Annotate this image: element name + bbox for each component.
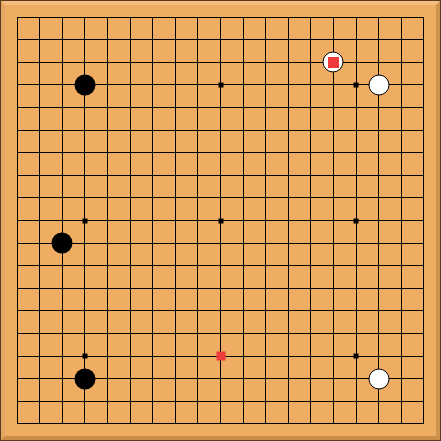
intersection-10-16[interactable] — [209, 345, 232, 368]
intersection-2-5[interactable] — [28, 96, 51, 119]
intersection-3-8[interactable] — [51, 164, 74, 187]
intersection-15-14[interactable] — [322, 300, 345, 323]
intersection-12-9[interactable] — [254, 187, 277, 210]
intersection-18-8[interactable] — [390, 164, 413, 187]
intersection-4-1[interactable] — [74, 6, 97, 29]
intersection-6-6[interactable] — [119, 119, 142, 142]
intersection-3-19[interactable] — [51, 413, 74, 436]
intersection-4-17[interactable] — [74, 367, 97, 390]
intersection-9-16[interactable] — [187, 345, 210, 368]
intersection-7-3[interactable] — [141, 51, 164, 74]
intersection-3-16[interactable] — [51, 345, 74, 368]
intersection-16-9[interactable] — [345, 187, 368, 210]
intersection-7-6[interactable] — [141, 119, 164, 142]
intersection-18-18[interactable] — [390, 390, 413, 413]
intersection-11-4[interactable] — [232, 74, 255, 97]
intersection-5-8[interactable] — [96, 164, 119, 187]
intersection-10-13[interactable] — [209, 277, 232, 300]
intersection-19-5[interactable] — [413, 96, 436, 119]
intersection-6-19[interactable] — [119, 413, 142, 436]
intersection-5-14[interactable] — [96, 300, 119, 323]
intersection-17-3[interactable] — [367, 51, 390, 74]
intersection-11-11[interactable] — [232, 232, 255, 255]
intersection-13-7[interactable] — [277, 141, 300, 164]
intersection-4-5[interactable] — [74, 96, 97, 119]
intersection-18-12[interactable] — [390, 254, 413, 277]
intersection-5-17[interactable] — [96, 367, 119, 390]
intersection-13-15[interactable] — [277, 322, 300, 345]
intersection-9-15[interactable] — [187, 322, 210, 345]
intersection-4-6[interactable] — [74, 119, 97, 142]
intersection-13-13[interactable] — [277, 277, 300, 300]
intersection-13-4[interactable] — [277, 74, 300, 97]
intersection-9-9[interactable] — [187, 187, 210, 210]
intersection-16-13[interactable] — [345, 277, 368, 300]
intersection-15-4[interactable] — [322, 74, 345, 97]
intersection-19-16[interactable] — [413, 345, 436, 368]
intersection-14-18[interactable] — [300, 390, 323, 413]
intersection-3-4[interactable] — [51, 74, 74, 97]
intersection-1-6[interactable] — [6, 119, 29, 142]
intersection-7-19[interactable] — [141, 413, 164, 436]
intersection-14-2[interactable] — [300, 28, 323, 51]
intersection-10-19[interactable] — [209, 413, 232, 436]
intersection-7-10[interactable] — [141, 209, 164, 232]
intersection-15-6[interactable] — [322, 119, 345, 142]
intersection-12-19[interactable] — [254, 413, 277, 436]
intersection-9-3[interactable] — [187, 51, 210, 74]
intersection-9-12[interactable] — [187, 254, 210, 277]
intersection-1-15[interactable] — [6, 322, 29, 345]
intersection-17-4[interactable] — [367, 74, 390, 97]
intersection-10-17[interactable] — [209, 367, 232, 390]
intersection-17-14[interactable] — [367, 300, 390, 323]
intersection-15-17[interactable] — [322, 367, 345, 390]
intersection-5-1[interactable] — [96, 6, 119, 29]
intersection-16-3[interactable] — [345, 51, 368, 74]
intersection-11-5[interactable] — [232, 96, 255, 119]
intersection-13-12[interactable] — [277, 254, 300, 277]
intersection-13-9[interactable] — [277, 187, 300, 210]
intersection-14-6[interactable] — [300, 119, 323, 142]
intersection-13-14[interactable] — [277, 300, 300, 323]
intersection-17-16[interactable] — [367, 345, 390, 368]
intersection-11-17[interactable] — [232, 367, 255, 390]
intersection-12-7[interactable] — [254, 141, 277, 164]
intersection-13-18[interactable] — [277, 390, 300, 413]
intersection-19-2[interactable] — [413, 28, 436, 51]
intersection-7-13[interactable] — [141, 277, 164, 300]
intersection-17-11[interactable] — [367, 232, 390, 255]
intersection-5-15[interactable] — [96, 322, 119, 345]
intersection-6-7[interactable] — [119, 141, 142, 164]
intersection-9-19[interactable] — [187, 413, 210, 436]
intersection-3-6[interactable] — [51, 119, 74, 142]
intersection-8-7[interactable] — [164, 141, 187, 164]
intersection-17-12[interactable] — [367, 254, 390, 277]
intersection-6-17[interactable] — [119, 367, 142, 390]
intersection-6-1[interactable] — [119, 6, 142, 29]
intersection-10-6[interactable] — [209, 119, 232, 142]
intersection-10-15[interactable] — [209, 322, 232, 345]
intersection-6-5[interactable] — [119, 96, 142, 119]
intersection-6-8[interactable] — [119, 164, 142, 187]
intersection-10-18[interactable] — [209, 390, 232, 413]
intersection-10-3[interactable] — [209, 51, 232, 74]
intersection-9-2[interactable] — [187, 28, 210, 51]
intersection-16-15[interactable] — [345, 322, 368, 345]
intersection-8-6[interactable] — [164, 119, 187, 142]
intersection-15-10[interactable] — [322, 209, 345, 232]
intersection-1-3[interactable] — [6, 51, 29, 74]
intersection-14-14[interactable] — [300, 300, 323, 323]
intersection-14-5[interactable] — [300, 96, 323, 119]
intersection-15-9[interactable] — [322, 187, 345, 210]
intersection-11-19[interactable] — [232, 413, 255, 436]
intersection-9-17[interactable] — [187, 367, 210, 390]
intersection-16-5[interactable] — [345, 96, 368, 119]
intersection-6-18[interactable] — [119, 390, 142, 413]
intersection-1-16[interactable] — [6, 345, 29, 368]
intersection-11-10[interactable] — [232, 209, 255, 232]
intersection-7-18[interactable] — [141, 390, 164, 413]
intersection-13-6[interactable] — [277, 119, 300, 142]
intersection-6-4[interactable] — [119, 74, 142, 97]
intersection-5-12[interactable] — [96, 254, 119, 277]
intersection-11-12[interactable] — [232, 254, 255, 277]
intersection-19-17[interactable] — [413, 367, 436, 390]
intersection-6-12[interactable] — [119, 254, 142, 277]
intersection-13-16[interactable] — [277, 345, 300, 368]
intersection-14-19[interactable] — [300, 413, 323, 436]
intersection-10-8[interactable] — [209, 164, 232, 187]
intersection-7-14[interactable] — [141, 300, 164, 323]
intersection-11-16[interactable] — [232, 345, 255, 368]
intersection-4-8[interactable] — [74, 164, 97, 187]
intersection-19-3[interactable] — [413, 51, 436, 74]
intersection-17-9[interactable] — [367, 187, 390, 210]
intersection-9-14[interactable] — [187, 300, 210, 323]
intersection-4-11[interactable] — [74, 232, 97, 255]
intersection-12-10[interactable] — [254, 209, 277, 232]
intersection-12-14[interactable] — [254, 300, 277, 323]
intersection-19-7[interactable] — [413, 141, 436, 164]
intersection-12-16[interactable] — [254, 345, 277, 368]
intersection-1-12[interactable] — [6, 254, 29, 277]
intersection-11-13[interactable] — [232, 277, 255, 300]
intersection-12-13[interactable] — [254, 277, 277, 300]
intersection-2-18[interactable] — [28, 390, 51, 413]
intersection-2-2[interactable] — [28, 28, 51, 51]
intersection-19-6[interactable] — [413, 119, 436, 142]
intersection-7-15[interactable] — [141, 322, 164, 345]
intersection-8-18[interactable] — [164, 390, 187, 413]
intersection-19-14[interactable] — [413, 300, 436, 323]
intersection-8-11[interactable] — [164, 232, 187, 255]
intersection-18-11[interactable] — [390, 232, 413, 255]
intersection-18-3[interactable] — [390, 51, 413, 74]
intersection-6-13[interactable] — [119, 277, 142, 300]
intersection-9-18[interactable] — [187, 390, 210, 413]
intersection-1-7[interactable] — [6, 141, 29, 164]
intersection-1-9[interactable] — [6, 187, 29, 210]
intersection-2-7[interactable] — [28, 141, 51, 164]
intersection-10-12[interactable] — [209, 254, 232, 277]
intersection-19-13[interactable] — [413, 277, 436, 300]
intersection-15-5[interactable] — [322, 96, 345, 119]
intersection-6-16[interactable] — [119, 345, 142, 368]
intersection-2-14[interactable] — [28, 300, 51, 323]
intersection-4-15[interactable] — [74, 322, 97, 345]
intersection-12-6[interactable] — [254, 119, 277, 142]
intersection-16-2[interactable] — [345, 28, 368, 51]
intersection-3-10[interactable] — [51, 209, 74, 232]
intersection-8-3[interactable] — [164, 51, 187, 74]
intersection-17-8[interactable] — [367, 164, 390, 187]
intersection-9-13[interactable] — [187, 277, 210, 300]
intersection-11-3[interactable] — [232, 51, 255, 74]
intersection-3-14[interactable] — [51, 300, 74, 323]
intersection-11-9[interactable] — [232, 187, 255, 210]
intersection-8-9[interactable] — [164, 187, 187, 210]
intersection-15-3[interactable] — [322, 51, 345, 74]
intersection-6-10[interactable] — [119, 209, 142, 232]
intersection-7-5[interactable] — [141, 96, 164, 119]
intersection-17-1[interactable] — [367, 6, 390, 29]
intersection-16-11[interactable] — [345, 232, 368, 255]
intersection-14-1[interactable] — [300, 6, 323, 29]
intersection-18-10[interactable] — [390, 209, 413, 232]
intersection-11-14[interactable] — [232, 300, 255, 323]
intersection-12-4[interactable] — [254, 74, 277, 97]
intersection-18-19[interactable] — [390, 413, 413, 436]
intersection-10-14[interactable] — [209, 300, 232, 323]
intersection-4-4[interactable] — [74, 74, 97, 97]
intersection-4-13[interactable] — [74, 277, 97, 300]
intersection-9-4[interactable] — [187, 74, 210, 97]
intersection-18-15[interactable] — [390, 322, 413, 345]
intersection-18-4[interactable] — [390, 74, 413, 97]
intersection-17-10[interactable] — [367, 209, 390, 232]
intersection-3-18[interactable] — [51, 390, 74, 413]
intersection-4-12[interactable] — [74, 254, 97, 277]
intersection-7-17[interactable] — [141, 367, 164, 390]
intersection-7-4[interactable] — [141, 74, 164, 97]
intersection-7-9[interactable] — [141, 187, 164, 210]
intersection-3-11[interactable] — [51, 232, 74, 255]
intersection-2-4[interactable] — [28, 74, 51, 97]
intersection-14-11[interactable] — [300, 232, 323, 255]
intersection-17-6[interactable] — [367, 119, 390, 142]
intersection-2-8[interactable] — [28, 164, 51, 187]
intersection-1-1[interactable] — [6, 6, 29, 29]
intersection-17-17[interactable] — [367, 367, 390, 390]
intersection-5-9[interactable] — [96, 187, 119, 210]
intersection-8-12[interactable] — [164, 254, 187, 277]
intersection-18-2[interactable] — [390, 28, 413, 51]
intersection-12-11[interactable] — [254, 232, 277, 255]
intersection-5-19[interactable] — [96, 413, 119, 436]
intersection-18-13[interactable] — [390, 277, 413, 300]
intersection-12-2[interactable] — [254, 28, 277, 51]
intersection-14-8[interactable] — [300, 164, 323, 187]
intersection-9-5[interactable] — [187, 96, 210, 119]
intersection-12-8[interactable] — [254, 164, 277, 187]
intersection-5-5[interactable] — [96, 96, 119, 119]
intersection-2-10[interactable] — [28, 209, 51, 232]
intersection-15-8[interactable] — [322, 164, 345, 187]
intersection-10-7[interactable] — [209, 141, 232, 164]
intersection-3-7[interactable] — [51, 141, 74, 164]
intersection-9-11[interactable] — [187, 232, 210, 255]
intersection-19-4[interactable] — [413, 74, 436, 97]
intersection-10-5[interactable] — [209, 96, 232, 119]
intersection-14-16[interactable] — [300, 345, 323, 368]
intersection-1-2[interactable] — [6, 28, 29, 51]
intersection-13-11[interactable] — [277, 232, 300, 255]
intersection-8-4[interactable] — [164, 74, 187, 97]
intersection-1-5[interactable] — [6, 96, 29, 119]
intersection-16-17[interactable] — [345, 367, 368, 390]
intersection-17-19[interactable] — [367, 413, 390, 436]
intersection-9-6[interactable] — [187, 119, 210, 142]
intersection-15-2[interactable] — [322, 28, 345, 51]
intersection-3-1[interactable] — [51, 6, 74, 29]
intersection-14-10[interactable] — [300, 209, 323, 232]
intersection-19-12[interactable] — [413, 254, 436, 277]
intersection-5-2[interactable] — [96, 28, 119, 51]
intersection-1-18[interactable] — [6, 390, 29, 413]
intersection-4-16[interactable] — [74, 345, 97, 368]
intersection-19-8[interactable] — [413, 164, 436, 187]
intersection-15-15[interactable] — [322, 322, 345, 345]
intersection-19-11[interactable] — [413, 232, 436, 255]
intersection-7-8[interactable] — [141, 164, 164, 187]
intersection-3-9[interactable] — [51, 187, 74, 210]
intersection-11-8[interactable] — [232, 164, 255, 187]
intersection-10-9[interactable] — [209, 187, 232, 210]
intersection-8-14[interactable] — [164, 300, 187, 323]
intersection-12-12[interactable] — [254, 254, 277, 277]
intersection-1-4[interactable] — [6, 74, 29, 97]
intersection-2-3[interactable] — [28, 51, 51, 74]
intersection-3-17[interactable] — [51, 367, 74, 390]
intersection-8-5[interactable] — [164, 96, 187, 119]
intersection-4-10[interactable] — [74, 209, 97, 232]
intersection-19-15[interactable] — [413, 322, 436, 345]
intersection-2-17[interactable] — [28, 367, 51, 390]
intersection-14-3[interactable] — [300, 51, 323, 74]
intersection-10-4[interactable] — [209, 74, 232, 97]
intersection-11-2[interactable] — [232, 28, 255, 51]
intersection-13-1[interactable] — [277, 6, 300, 29]
intersection-3-15[interactable] — [51, 322, 74, 345]
intersection-8-19[interactable] — [164, 413, 187, 436]
intersection-7-7[interactable] — [141, 141, 164, 164]
intersection-1-10[interactable] — [6, 209, 29, 232]
intersection-15-18[interactable] — [322, 390, 345, 413]
intersection-16-7[interactable] — [345, 141, 368, 164]
intersection-16-4[interactable] — [345, 74, 368, 97]
intersection-16-12[interactable] — [345, 254, 368, 277]
intersection-2-11[interactable] — [28, 232, 51, 255]
intersection-15-13[interactable] — [322, 277, 345, 300]
intersection-15-1[interactable] — [322, 6, 345, 29]
intersection-8-16[interactable] — [164, 345, 187, 368]
intersection-19-19[interactable] — [413, 413, 436, 436]
intersection-10-2[interactable] — [209, 28, 232, 51]
intersection-3-2[interactable] — [51, 28, 74, 51]
intersection-15-7[interactable] — [322, 141, 345, 164]
intersection-2-15[interactable] — [28, 322, 51, 345]
intersection-16-10[interactable] — [345, 209, 368, 232]
intersection-13-8[interactable] — [277, 164, 300, 187]
intersection-9-10[interactable] — [187, 209, 210, 232]
intersection-10-11[interactable] — [209, 232, 232, 255]
intersection-2-12[interactable] — [28, 254, 51, 277]
intersection-8-1[interactable] — [164, 6, 187, 29]
intersection-7-2[interactable] — [141, 28, 164, 51]
intersection-18-17[interactable] — [390, 367, 413, 390]
intersection-5-3[interactable] — [96, 51, 119, 74]
intersection-13-10[interactable] — [277, 209, 300, 232]
intersection-2-19[interactable] — [28, 413, 51, 436]
intersection-13-2[interactable] — [277, 28, 300, 51]
intersection-16-6[interactable] — [345, 119, 368, 142]
intersection-5-11[interactable] — [96, 232, 119, 255]
intersection-17-2[interactable] — [367, 28, 390, 51]
intersection-11-6[interactable] — [232, 119, 255, 142]
intersection-1-13[interactable] — [6, 277, 29, 300]
intersection-12-15[interactable] — [254, 322, 277, 345]
intersection-14-13[interactable] — [300, 277, 323, 300]
intersection-19-1[interactable] — [413, 6, 436, 29]
intersection-14-15[interactable] — [300, 322, 323, 345]
intersection-14-12[interactable] — [300, 254, 323, 277]
intersection-5-4[interactable] — [96, 74, 119, 97]
intersection-15-19[interactable] — [322, 413, 345, 436]
intersection-4-9[interactable] — [74, 187, 97, 210]
intersection-8-10[interactable] — [164, 209, 187, 232]
intersection-1-19[interactable] — [6, 413, 29, 436]
intersection-2-6[interactable] — [28, 119, 51, 142]
intersection-4-2[interactable] — [74, 28, 97, 51]
intersection-6-2[interactable] — [119, 28, 142, 51]
intersection-18-9[interactable] — [390, 187, 413, 210]
intersection-11-1[interactable] — [232, 6, 255, 29]
intersection-14-9[interactable] — [300, 187, 323, 210]
intersection-3-5[interactable] — [51, 96, 74, 119]
intersection-2-16[interactable] — [28, 345, 51, 368]
intersection-9-1[interactable] — [187, 6, 210, 29]
intersection-18-5[interactable] — [390, 96, 413, 119]
intersection-5-7[interactable] — [96, 141, 119, 164]
intersection-16-18[interactable] — [345, 390, 368, 413]
intersection-17-15[interactable] — [367, 322, 390, 345]
intersection-6-14[interactable] — [119, 300, 142, 323]
intersection-2-1[interactable] — [28, 6, 51, 29]
intersection-15-12[interactable] — [322, 254, 345, 277]
intersection-17-7[interactable] — [367, 141, 390, 164]
intersection-7-11[interactable] — [141, 232, 164, 255]
intersection-8-8[interactable] — [164, 164, 187, 187]
intersection-9-8[interactable] — [187, 164, 210, 187]
intersection-10-10[interactable] — [209, 209, 232, 232]
intersection-16-14[interactable] — [345, 300, 368, 323]
intersection-1-17[interactable] — [6, 367, 29, 390]
intersection-16-16[interactable] — [345, 345, 368, 368]
intersection-16-1[interactable] — [345, 6, 368, 29]
